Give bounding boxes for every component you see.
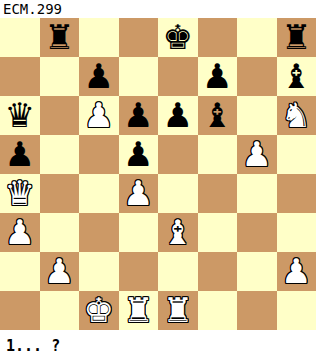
square-b5[interactable]: [40, 135, 80, 174]
piece-black-pawn: ♟: [123, 135, 153, 174]
square-d2[interactable]: [119, 252, 159, 291]
piece-black-king: ♚: [163, 18, 193, 57]
piece-black-bishop: ♝: [202, 96, 232, 135]
square-b6[interactable]: [40, 96, 80, 135]
piece-black-pawn: ♟: [84, 57, 114, 96]
square-a8[interactable]: [0, 18, 40, 57]
square-e8[interactable]: ♚: [158, 18, 198, 57]
square-g2[interactable]: [237, 252, 277, 291]
square-c3[interactable]: [79, 213, 119, 252]
square-g7[interactable]: [237, 57, 277, 96]
piece-white-pawn: ♟: [281, 252, 311, 291]
piece-white-king: ♚: [84, 291, 114, 330]
square-h4[interactable]: [277, 174, 317, 213]
square-e7[interactable]: [158, 57, 198, 96]
square-b2[interactable]: ♟: [40, 252, 80, 291]
piece-white-knight: ♞: [281, 96, 311, 135]
square-g6[interactable]: [237, 96, 277, 135]
square-b7[interactable]: [40, 57, 80, 96]
square-f1[interactable]: [198, 291, 238, 330]
piece-white-queen: ♛: [5, 174, 35, 213]
square-d3[interactable]: [119, 213, 159, 252]
piece-white-rook: ♜: [123, 291, 153, 330]
piece-white-pawn: ♟: [44, 252, 74, 291]
piece-white-pawn: ♟: [242, 135, 272, 174]
square-h3[interactable]: [277, 213, 317, 252]
square-a1[interactable]: [0, 291, 40, 330]
square-e3[interactable]: ♝: [158, 213, 198, 252]
square-d1[interactable]: ♜: [119, 291, 159, 330]
move-prompt: 1... ?: [6, 337, 60, 355]
chess-board: ♜♚♜♟♟♝♛♟♟♟♝♞♟♟♟♛♟♟♝♟♟♚♜♜: [0, 18, 316, 330]
square-f3[interactable]: [198, 213, 238, 252]
square-b8[interactable]: ♜: [40, 18, 80, 57]
square-g8[interactable]: [237, 18, 277, 57]
square-a2[interactable]: [0, 252, 40, 291]
square-d6[interactable]: ♟: [119, 96, 159, 135]
square-f6[interactable]: ♝: [198, 96, 238, 135]
square-c7[interactable]: ♟: [79, 57, 119, 96]
square-h7[interactable]: ♝: [277, 57, 317, 96]
square-c6[interactable]: ♟: [79, 96, 119, 135]
piece-black-pawn: ♟: [5, 135, 35, 174]
square-e2[interactable]: [158, 252, 198, 291]
square-g3[interactable]: [237, 213, 277, 252]
square-e6[interactable]: ♟: [158, 96, 198, 135]
piece-black-pawn: ♟: [123, 96, 153, 135]
square-f5[interactable]: [198, 135, 238, 174]
square-a4[interactable]: ♛: [0, 174, 40, 213]
square-h8[interactable]: ♜: [277, 18, 317, 57]
square-d5[interactable]: ♟: [119, 135, 159, 174]
square-d4[interactable]: ♟: [119, 174, 159, 213]
square-c1[interactable]: ♚: [79, 291, 119, 330]
square-h1[interactable]: [277, 291, 317, 330]
square-h5[interactable]: [277, 135, 317, 174]
square-b4[interactable]: [40, 174, 80, 213]
square-h6[interactable]: ♞: [277, 96, 317, 135]
square-g1[interactable]: [237, 291, 277, 330]
chess-app-window: ECM.299 ♜♚♜♟♟♝♛♟♟♟♝♞♟♟♟♛♟♟♝♟♟♚♜♜ 1... ?: [0, 0, 320, 360]
piece-black-bishop: ♝: [281, 57, 311, 96]
piece-white-pawn: ♟: [5, 213, 35, 252]
page-title: ECM.299: [3, 1, 62, 17]
piece-black-rook: ♜: [281, 18, 311, 57]
square-a5[interactable]: ♟: [0, 135, 40, 174]
square-g4[interactable]: [237, 174, 277, 213]
square-b3[interactable]: [40, 213, 80, 252]
square-f2[interactable]: [198, 252, 238, 291]
piece-black-queen: ♛: [5, 96, 35, 135]
square-g5[interactable]: ♟: [237, 135, 277, 174]
piece-white-pawn: ♟: [84, 96, 114, 135]
piece-black-rook: ♜: [44, 18, 74, 57]
square-c4[interactable]: [79, 174, 119, 213]
square-c8[interactable]: [79, 18, 119, 57]
square-c2[interactable]: [79, 252, 119, 291]
square-d8[interactable]: [119, 18, 159, 57]
square-a7[interactable]: [0, 57, 40, 96]
square-a3[interactable]: ♟: [0, 213, 40, 252]
piece-white-rook: ♜: [163, 291, 193, 330]
piece-white-pawn: ♟: [123, 174, 153, 213]
square-h2[interactable]: ♟: [277, 252, 317, 291]
square-e1[interactable]: ♜: [158, 291, 198, 330]
square-d7[interactable]: [119, 57, 159, 96]
square-f7[interactable]: ♟: [198, 57, 238, 96]
square-e4[interactable]: [158, 174, 198, 213]
piece-black-pawn: ♟: [202, 57, 232, 96]
square-a6[interactable]: ♛: [0, 96, 40, 135]
square-f8[interactable]: [198, 18, 238, 57]
piece-black-pawn: ♟: [163, 96, 193, 135]
square-e5[interactable]: [158, 135, 198, 174]
square-c5[interactable]: [79, 135, 119, 174]
piece-white-bishop: ♝: [163, 213, 193, 252]
square-b1[interactable]: [40, 291, 80, 330]
square-f4[interactable]: [198, 174, 238, 213]
